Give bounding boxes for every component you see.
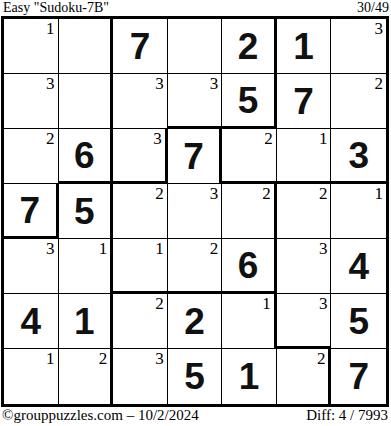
corner-number: 2 bbox=[264, 129, 273, 149]
cell-r7c4[interactable]: 5 bbox=[168, 349, 223, 404]
corner-number: 2 bbox=[375, 74, 384, 94]
corner-number: 2 bbox=[319, 184, 328, 204]
cell-r2c3[interactable]: 3 bbox=[113, 74, 168, 129]
given-digit: 5 bbox=[238, 82, 259, 119]
given-digit: 4 bbox=[20, 303, 41, 340]
corner-number: 1 bbox=[262, 294, 271, 314]
given-digit: 1 bbox=[293, 28, 314, 65]
corner-number: 2 bbox=[262, 184, 271, 204]
cell-r5c2[interactable]: 1 bbox=[59, 239, 114, 294]
cell-r4c4[interactable]: 3 bbox=[168, 184, 223, 239]
given-digit: 5 bbox=[348, 303, 369, 340]
cell-r3c3[interactable]: 3 bbox=[113, 129, 168, 184]
cell-r5c6[interactable]: 3 bbox=[277, 239, 332, 294]
given-digit: 4 bbox=[348, 248, 369, 285]
given-digit: 2 bbox=[238, 28, 259, 65]
given-digit: 7 bbox=[183, 138, 204, 175]
cell-r5c4[interactable]: 2 bbox=[168, 239, 223, 294]
corner-number: 2 bbox=[210, 239, 219, 259]
given-digit: 6 bbox=[238, 247, 259, 284]
corner-number: 3 bbox=[210, 74, 219, 94]
cell-r7c6[interactable]: 2 bbox=[277, 349, 332, 404]
cell-r4c3[interactable]: 2 bbox=[113, 184, 168, 239]
corner-number: 2 bbox=[46, 129, 55, 149]
cell-r2c4[interactable]: 3 bbox=[168, 74, 223, 129]
corner-number: 2 bbox=[99, 349, 108, 369]
corner-number: 1 bbox=[155, 239, 164, 259]
cell-r1c2[interactable] bbox=[59, 19, 114, 74]
corner-number: 3 bbox=[375, 19, 384, 39]
given-digit: 5 bbox=[74, 193, 95, 230]
corner-number: 3 bbox=[210, 184, 219, 204]
cell-r4c1[interactable]: 7 bbox=[4, 184, 59, 239]
corner-number: 3 bbox=[155, 349, 164, 369]
given-digit: 7 bbox=[293, 83, 314, 120]
cell-r2c2[interactable] bbox=[59, 74, 114, 129]
cell-r3c7[interactable]: 3 bbox=[331, 129, 386, 184]
given-digit: 3 bbox=[348, 137, 369, 174]
progress-counter: 30/49 bbox=[357, 0, 389, 16]
cell-r6c1[interactable]: 4 bbox=[4, 294, 59, 349]
corner-number: 2 bbox=[317, 349, 326, 369]
cell-r6c5[interactable]: 1 bbox=[222, 294, 277, 349]
corner-number: 3 bbox=[155, 74, 164, 94]
cell-r1c3[interactable]: 7 bbox=[113, 19, 168, 74]
given-digit: 7 bbox=[348, 358, 369, 395]
cell-r3c6[interactable]: 1 bbox=[277, 129, 332, 184]
cell-r5c1[interactable]: 3 bbox=[4, 239, 59, 294]
cell-r7c7[interactable]: 7 bbox=[331, 349, 386, 404]
cell-r2c7[interactable]: 2 bbox=[331, 74, 386, 129]
cell-r7c5[interactable]: 1 bbox=[222, 349, 277, 404]
given-digit: 5 bbox=[184, 358, 205, 395]
corner-number: 3 bbox=[46, 74, 55, 94]
corner-number: 2 bbox=[155, 184, 164, 204]
cell-r6c2[interactable]: 1 bbox=[59, 294, 114, 349]
given-digit: 1 bbox=[74, 303, 95, 340]
cell-r7c3[interactable]: 3 bbox=[113, 349, 168, 404]
cell-r6c7[interactable]: 5 bbox=[331, 294, 386, 349]
cell-r6c3[interactable]: 2 bbox=[113, 294, 168, 349]
given-digit: 7 bbox=[19, 192, 40, 229]
cell-r4c5[interactable]: 2 bbox=[222, 184, 277, 239]
cell-r1c1[interactable]: 1 bbox=[4, 19, 59, 74]
given-digit: 6 bbox=[74, 137, 95, 174]
cell-r6c4[interactable]: 2 bbox=[168, 294, 223, 349]
corner-number: 3 bbox=[46, 239, 55, 259]
cell-r3c2[interactable]: 6 bbox=[59, 129, 114, 184]
cell-r5c7[interactable]: 4 bbox=[331, 239, 386, 294]
cell-r5c5[interactable]: 6 bbox=[222, 239, 277, 294]
cell-r4c7[interactable]: 1 bbox=[331, 184, 386, 239]
cell-r1c5[interactable]: 2 bbox=[222, 19, 277, 74]
cell-r4c6[interactable]: 2 bbox=[277, 184, 332, 239]
copyright-date: ©grouppuzzles.com – 10/2/2024 bbox=[2, 407, 199, 424]
cell-r5c3[interactable]: 1 bbox=[113, 239, 168, 294]
cell-r1c7[interactable]: 3 bbox=[331, 19, 386, 74]
puzzle-title: Easy "Sudoku-7B" bbox=[3, 0, 109, 16]
difficulty: Diff: 4 / 7993 bbox=[306, 407, 388, 424]
corner-number: 1 bbox=[375, 184, 384, 204]
cell-r4c2[interactable]: 5 bbox=[59, 184, 114, 239]
corner-number: 3 bbox=[153, 129, 162, 149]
cell-r2c5[interactable]: 5 bbox=[222, 74, 277, 129]
corner-number: 1 bbox=[46, 349, 55, 369]
cell-r1c6[interactable]: 1 bbox=[277, 19, 332, 74]
corner-number: 3 bbox=[319, 294, 328, 314]
corner-number: 2 bbox=[155, 294, 164, 314]
cell-r1c4[interactable] bbox=[168, 19, 223, 74]
cell-r3c1[interactable]: 2 bbox=[4, 129, 59, 184]
cell-r3c5[interactable]: 2 bbox=[222, 129, 277, 184]
cell-r2c1[interactable]: 3 bbox=[4, 74, 59, 129]
cell-r2c6[interactable]: 7 bbox=[277, 74, 332, 129]
given-digit: 7 bbox=[130, 28, 151, 65]
given-digit: 1 bbox=[239, 358, 260, 395]
cell-r6c6[interactable]: 3 bbox=[277, 294, 332, 349]
cell-r7c2[interactable]: 2 bbox=[59, 349, 114, 404]
corner-number: 1 bbox=[319, 129, 328, 149]
corner-number: 1 bbox=[99, 239, 108, 259]
sudoku-board: 1721333357226372137523221311263441221351… bbox=[1, 16, 389, 407]
cell-r7c1[interactable]: 1 bbox=[4, 349, 59, 404]
corner-number: 3 bbox=[319, 239, 328, 259]
cell-r3c4[interactable]: 7 bbox=[168, 129, 223, 184]
corner-number: 1 bbox=[46, 19, 55, 39]
given-digit: 2 bbox=[184, 303, 205, 340]
